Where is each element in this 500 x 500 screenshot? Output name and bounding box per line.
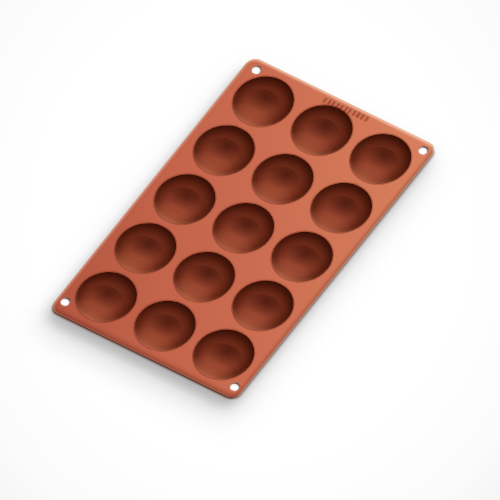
product-photo [0,0,500,500]
